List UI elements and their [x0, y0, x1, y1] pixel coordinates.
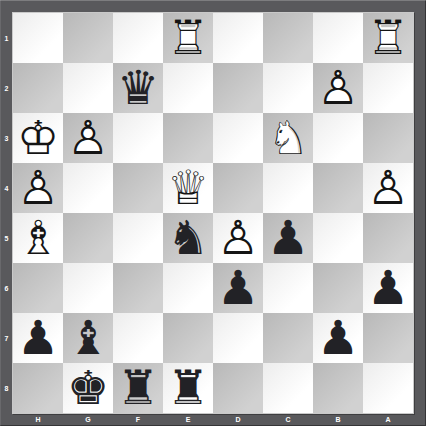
chess-board-frame: 12345678 ♜♖♜♖♛♟♙♚♔♟♙♞♘♟♙♛♕♟♙♝♗♞♟♙♟♟♟♟♝♟♚…: [0, 0, 426, 426]
square-f2[interactable]: ♛: [113, 63, 163, 113]
square-e2[interactable]: [163, 63, 213, 113]
white-pawn: ♟♙: [367, 163, 409, 213]
white-rook-outline: ♖: [167, 10, 209, 65]
square-b5[interactable]: [313, 213, 363, 263]
square-g5[interactable]: [63, 213, 113, 263]
white-pawn: ♟♙: [217, 213, 259, 263]
square-c1[interactable]: [263, 13, 313, 63]
file-label-b: B: [313, 413, 363, 426]
square-h6[interactable]: [13, 263, 63, 313]
black-bishop: ♝: [67, 313, 109, 363]
square-e3[interactable]: [163, 113, 213, 163]
square-f8[interactable]: ♜: [113, 363, 163, 413]
square-g2[interactable]: [63, 63, 113, 113]
file-label-h: H: [13, 413, 63, 426]
square-h4[interactable]: ♟♙: [13, 163, 63, 213]
square-f4[interactable]: [113, 163, 163, 213]
file-labels: HGFEDCBA: [13, 413, 413, 426]
white-knight: ♞♘: [267, 113, 309, 163]
file-label-f: F: [113, 413, 163, 426]
white-rook: ♜♖: [367, 13, 409, 63]
square-g8[interactable]: ♚: [63, 363, 113, 413]
rank-labels: 12345678: [0, 13, 13, 413]
chess-board: ♜♖♜♖♛♟♙♚♔♟♙♞♘♟♙♛♕♟♙♝♗♞♟♙♟♟♟♟♝♟♚♜♜: [13, 13, 413, 413]
white-pawn: ♟♙: [67, 113, 109, 163]
white-pawn-outline: ♙: [367, 160, 409, 215]
black-rook: ♜: [117, 363, 159, 413]
rank-label-2: 2: [0, 63, 13, 113]
black-pawn: ♟: [317, 313, 359, 363]
white-queen-outline: ♕: [167, 160, 209, 215]
square-c4[interactable]: [263, 163, 313, 213]
square-d3[interactable]: [213, 113, 263, 163]
file-label-e: E: [163, 413, 213, 426]
square-a2[interactable]: [363, 63, 413, 113]
white-pawn-outline: ♙: [317, 60, 359, 115]
square-h5[interactable]: ♝♗: [13, 213, 63, 263]
square-d8[interactable]: [213, 363, 263, 413]
black-knight: ♞: [167, 213, 209, 263]
square-e8[interactable]: ♜: [163, 363, 213, 413]
square-b3[interactable]: [313, 113, 363, 163]
square-c6[interactable]: [263, 263, 313, 313]
square-h8[interactable]: [13, 363, 63, 413]
rank-label-1: 1: [0, 13, 13, 63]
black-rook: ♜: [167, 363, 209, 413]
square-a5[interactable]: [363, 213, 413, 263]
square-a8[interactable]: [363, 363, 413, 413]
square-b2[interactable]: ♟♙: [313, 63, 363, 113]
file-label-g: G: [63, 413, 113, 426]
square-h7[interactable]: ♟: [13, 313, 63, 363]
black-pawn: ♟: [367, 263, 409, 313]
square-b8[interactable]: [313, 363, 363, 413]
square-a6[interactable]: ♟: [363, 263, 413, 313]
rank-label-4: 4: [0, 163, 13, 213]
file-label-a: A: [363, 413, 413, 426]
square-h2[interactable]: [13, 63, 63, 113]
rank-label-6: 6: [0, 263, 13, 313]
black-pawn: ♟: [267, 213, 309, 263]
square-c3[interactable]: ♞♘: [263, 113, 313, 163]
white-queen: ♛♕: [167, 163, 209, 213]
square-f6[interactable]: [113, 263, 163, 313]
square-f5[interactable]: [113, 213, 163, 263]
white-bishop-outline: ♗: [17, 210, 59, 265]
black-king: ♚: [67, 363, 109, 413]
square-g3[interactable]: ♟♙: [63, 113, 113, 163]
square-h3[interactable]: ♚♔: [13, 113, 63, 163]
square-e7[interactable]: [163, 313, 213, 363]
white-king-outline: ♔: [17, 110, 59, 165]
square-a1[interactable]: ♜♖: [363, 13, 413, 63]
square-f7[interactable]: [113, 313, 163, 363]
white-bishop: ♝♗: [17, 213, 59, 263]
white-pawn-outline: ♙: [67, 110, 109, 165]
square-e6[interactable]: [163, 263, 213, 313]
square-g6[interactable]: [63, 263, 113, 313]
square-d7[interactable]: [213, 313, 263, 363]
rank-label-5: 5: [0, 213, 13, 263]
square-a7[interactable]: [363, 313, 413, 363]
square-f1[interactable]: [113, 13, 163, 63]
square-a4[interactable]: ♟♙: [363, 163, 413, 213]
square-e5[interactable]: ♞: [163, 213, 213, 263]
white-rook: ♜♖: [167, 13, 209, 63]
square-b1[interactable]: [313, 13, 363, 63]
square-c5[interactable]: ♟: [263, 213, 313, 263]
rank-label-8: 8: [0, 363, 13, 413]
square-g7[interactable]: ♝: [63, 313, 113, 363]
square-e1[interactable]: ♜♖: [163, 13, 213, 63]
rank-label-7: 7: [0, 313, 13, 363]
square-e4[interactable]: ♛♕: [163, 163, 213, 213]
black-pawn: ♟: [17, 313, 59, 363]
square-g4[interactable]: [63, 163, 113, 213]
white-pawn-outline: ♙: [217, 210, 259, 265]
square-d6[interactable]: ♟: [213, 263, 263, 313]
rank-label-3: 3: [0, 113, 13, 163]
white-pawn: ♟♙: [17, 163, 59, 213]
square-b6[interactable]: [313, 263, 363, 313]
white-rook-outline: ♖: [367, 10, 409, 65]
black-pawn: ♟: [217, 263, 259, 313]
square-d1[interactable]: [213, 13, 263, 63]
square-d5[interactable]: ♟♙: [213, 213, 263, 263]
square-d2[interactable]: [213, 63, 263, 113]
square-g1[interactable]: [63, 13, 113, 63]
square-b4[interactable]: [313, 163, 363, 213]
black-queen: ♛: [117, 63, 159, 113]
square-h1[interactable]: [13, 13, 63, 63]
white-knight-outline: ♘: [267, 110, 309, 165]
square-a3[interactable]: [363, 113, 413, 163]
square-c8[interactable]: [263, 363, 313, 413]
square-b7[interactable]: ♟: [313, 313, 363, 363]
white-pawn: ♟♙: [317, 63, 359, 113]
square-f3[interactable]: [113, 113, 163, 163]
square-c7[interactable]: [263, 313, 313, 363]
square-c2[interactable]: [263, 63, 313, 113]
file-label-d: D: [213, 413, 263, 426]
white-king: ♚♔: [17, 113, 59, 163]
file-label-c: C: [263, 413, 313, 426]
white-pawn-outline: ♙: [17, 160, 59, 215]
square-d4[interactable]: [213, 163, 263, 213]
